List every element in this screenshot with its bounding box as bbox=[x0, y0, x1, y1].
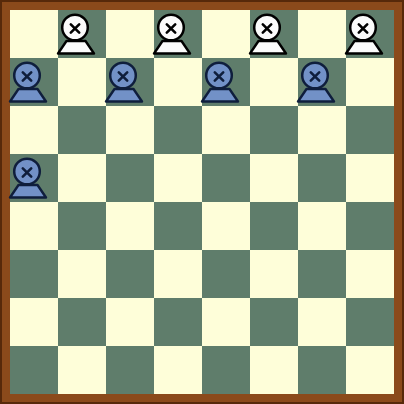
square-a4[interactable] bbox=[10, 202, 58, 250]
square-b7[interactable] bbox=[58, 58, 106, 106]
blue-piece[interactable] bbox=[7, 58, 55, 106]
square-c8[interactable] bbox=[106, 10, 154, 58]
square-g5[interactable] bbox=[298, 154, 346, 202]
square-h5[interactable] bbox=[346, 154, 394, 202]
square-f3[interactable] bbox=[250, 250, 298, 298]
square-a3[interactable] bbox=[10, 250, 58, 298]
square-c6[interactable] bbox=[106, 106, 154, 154]
board-frame bbox=[0, 0, 404, 404]
square-e1[interactable] bbox=[202, 346, 250, 394]
square-d7[interactable] bbox=[154, 58, 202, 106]
square-g2[interactable] bbox=[298, 298, 346, 346]
square-d8[interactable] bbox=[154, 10, 202, 58]
square-g6[interactable] bbox=[298, 106, 346, 154]
square-c7[interactable] bbox=[106, 58, 154, 106]
square-c4[interactable] bbox=[106, 202, 154, 250]
square-d4[interactable] bbox=[154, 202, 202, 250]
white-piece[interactable] bbox=[55, 10, 103, 58]
square-a8[interactable] bbox=[10, 10, 58, 58]
square-f1[interactable] bbox=[250, 346, 298, 394]
square-a6[interactable] bbox=[10, 106, 58, 154]
square-b4[interactable] bbox=[58, 202, 106, 250]
square-h4[interactable] bbox=[346, 202, 394, 250]
white-piece[interactable] bbox=[151, 10, 199, 58]
square-b2[interactable] bbox=[58, 298, 106, 346]
square-e2[interactable] bbox=[202, 298, 250, 346]
square-e3[interactable] bbox=[202, 250, 250, 298]
square-c1[interactable] bbox=[106, 346, 154, 394]
square-b5[interactable] bbox=[58, 154, 106, 202]
square-c2[interactable] bbox=[106, 298, 154, 346]
blue-piece[interactable] bbox=[295, 58, 343, 106]
square-f2[interactable] bbox=[250, 298, 298, 346]
square-b6[interactable] bbox=[58, 106, 106, 154]
square-g3[interactable] bbox=[298, 250, 346, 298]
square-c5[interactable] bbox=[106, 154, 154, 202]
blue-piece[interactable] bbox=[199, 58, 247, 106]
square-f8[interactable] bbox=[250, 10, 298, 58]
square-f4[interactable] bbox=[250, 202, 298, 250]
white-piece[interactable] bbox=[247, 10, 295, 58]
square-h1[interactable] bbox=[346, 346, 394, 394]
square-e7[interactable] bbox=[202, 58, 250, 106]
white-piece[interactable] bbox=[343, 10, 391, 58]
checkers-board bbox=[10, 10, 394, 394]
square-g4[interactable] bbox=[298, 202, 346, 250]
square-g1[interactable] bbox=[298, 346, 346, 394]
square-g7[interactable] bbox=[298, 58, 346, 106]
square-a1[interactable] bbox=[10, 346, 58, 394]
square-a7[interactable] bbox=[10, 58, 58, 106]
square-b3[interactable] bbox=[58, 250, 106, 298]
square-b8[interactable] bbox=[58, 10, 106, 58]
blue-piece[interactable] bbox=[103, 58, 151, 106]
square-a5[interactable] bbox=[10, 154, 58, 202]
square-f7[interactable] bbox=[250, 58, 298, 106]
square-d5[interactable] bbox=[154, 154, 202, 202]
square-h7[interactable] bbox=[346, 58, 394, 106]
square-e5[interactable] bbox=[202, 154, 250, 202]
blue-piece[interactable] bbox=[7, 154, 55, 202]
square-f6[interactable] bbox=[250, 106, 298, 154]
square-g8[interactable] bbox=[298, 10, 346, 58]
square-e6[interactable] bbox=[202, 106, 250, 154]
square-a2[interactable] bbox=[10, 298, 58, 346]
square-e4[interactable] bbox=[202, 202, 250, 250]
square-e8[interactable] bbox=[202, 10, 250, 58]
square-c3[interactable] bbox=[106, 250, 154, 298]
square-b1[interactable] bbox=[58, 346, 106, 394]
square-d2[interactable] bbox=[154, 298, 202, 346]
square-d3[interactable] bbox=[154, 250, 202, 298]
square-h8[interactable] bbox=[346, 10, 394, 58]
square-h6[interactable] bbox=[346, 106, 394, 154]
square-d6[interactable] bbox=[154, 106, 202, 154]
square-h3[interactable] bbox=[346, 250, 394, 298]
square-d1[interactable] bbox=[154, 346, 202, 394]
square-h2[interactable] bbox=[346, 298, 394, 346]
square-f5[interactable] bbox=[250, 154, 298, 202]
